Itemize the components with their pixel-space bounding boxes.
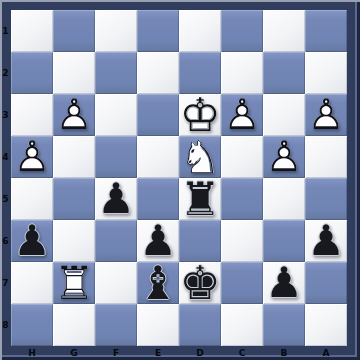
rank-labels: 12345678	[0, 10, 11, 346]
file-label-g: G	[53, 347, 95, 360]
white-pawn-outline: ♙︎	[263, 136, 305, 178]
black-pawn[interactable]: ♟︎	[11, 220, 53, 262]
white-pawn-outline: ♙︎	[305, 94, 347, 136]
square-a3[interactable]: ♟︎♙︎	[305, 94, 347, 136]
square-f3[interactable]	[95, 94, 137, 136]
square-b8[interactable]	[263, 304, 305, 346]
square-g8[interactable]	[53, 304, 95, 346]
square-f8[interactable]	[95, 304, 137, 346]
square-e1[interactable]	[137, 10, 179, 52]
square-a2[interactable]	[305, 52, 347, 94]
file-label-d: D	[179, 347, 221, 360]
square-a6[interactable]: ♟︎	[305, 220, 347, 262]
black-pawn-glyph: ♟︎	[11, 220, 53, 262]
chess-board[interactable]: ♟︎♙︎♚︎♔︎♟︎♙︎♟︎♙︎♟︎♙︎♞︎♘︎♟︎♙︎♟︎♜︎♟︎♟︎♟︎♜︎…	[11, 10, 347, 346]
square-e2[interactable]	[137, 52, 179, 94]
square-e8[interactable]	[137, 304, 179, 346]
square-b5[interactable]	[263, 178, 305, 220]
white-pawn[interactable]: ♟︎♙︎	[221, 94, 263, 136]
file-label-a: A	[305, 347, 347, 360]
square-g2[interactable]	[53, 52, 95, 94]
square-h2[interactable]	[11, 52, 53, 94]
square-c2[interactable]	[221, 52, 263, 94]
square-h3[interactable]	[11, 94, 53, 136]
file-labels: HGFEDCBA	[11, 347, 347, 360]
square-d1[interactable]	[179, 10, 221, 52]
square-c4[interactable]	[221, 136, 263, 178]
square-c3[interactable]: ♟︎♙︎	[221, 94, 263, 136]
square-b7[interactable]: ♟︎	[263, 262, 305, 304]
square-f7[interactable]	[95, 262, 137, 304]
square-g1[interactable]	[53, 10, 95, 52]
square-h7[interactable]	[11, 262, 53, 304]
square-b4[interactable]: ♟︎♙︎	[263, 136, 305, 178]
square-h8[interactable]	[11, 304, 53, 346]
file-label-h: H	[11, 347, 53, 360]
square-h5[interactable]	[11, 178, 53, 220]
square-h4[interactable]: ♟︎♙︎	[11, 136, 53, 178]
square-g3[interactable]: ♟︎♙︎	[53, 94, 95, 136]
white-pawn[interactable]: ♟︎♙︎	[263, 136, 305, 178]
black-rook[interactable]: ♜︎	[179, 178, 221, 220]
black-king-glyph: ♚︎	[179, 262, 221, 304]
black-pawn-glyph: ♟︎	[263, 262, 305, 304]
square-f6[interactable]	[95, 220, 137, 262]
rank-label-3: 3	[0, 94, 11, 136]
square-g4[interactable]	[53, 136, 95, 178]
square-a1[interactable]	[305, 10, 347, 52]
square-a4[interactable]	[305, 136, 347, 178]
black-rook-glyph: ♜︎	[179, 178, 221, 220]
file-label-e: E	[137, 347, 179, 360]
file-label-f: F	[95, 347, 137, 360]
white-pawn-outline: ♙︎	[53, 94, 95, 136]
rank-label-2: 2	[0, 52, 11, 94]
square-a7[interactable]	[305, 262, 347, 304]
rank-label-8: 8	[0, 304, 11, 346]
square-e5[interactable]	[137, 178, 179, 220]
white-pawn[interactable]: ♟︎♙︎	[11, 136, 53, 178]
square-b2[interactable]	[263, 52, 305, 94]
square-f4[interactable]	[95, 136, 137, 178]
rank-label-4: 4	[0, 136, 11, 178]
square-g7[interactable]: ♜︎♖︎	[53, 262, 95, 304]
file-label-b: B	[263, 347, 305, 360]
square-h1[interactable]	[11, 10, 53, 52]
square-f2[interactable]	[95, 52, 137, 94]
square-c5[interactable]	[221, 178, 263, 220]
rank-label-1: 1	[0, 10, 11, 52]
white-pawn-outline: ♙︎	[221, 94, 263, 136]
rank-label-6: 6	[0, 220, 11, 262]
black-bishop[interactable]: ♝︎	[137, 262, 179, 304]
black-bishop-glyph: ♝︎	[137, 262, 179, 304]
square-b1[interactable]	[263, 10, 305, 52]
square-c7[interactable]	[221, 262, 263, 304]
square-h6[interactable]: ♟︎	[11, 220, 53, 262]
chess-board-frame: 12345678 ♟︎♙︎♚︎♔︎♟︎♙︎♟︎♙︎♟︎♙︎♞︎♘︎♟︎♙︎♟︎♜…	[0, 0, 360, 360]
square-a8[interactable]	[305, 304, 347, 346]
black-king[interactable]: ♚︎	[179, 262, 221, 304]
white-rook-outline: ♖︎	[53, 262, 95, 304]
square-d8[interactable]	[179, 304, 221, 346]
black-pawn-glyph: ♟︎	[305, 220, 347, 262]
white-pawn-outline: ♙︎	[11, 136, 53, 178]
square-d7[interactable]: ♚︎	[179, 262, 221, 304]
square-c8[interactable]	[221, 304, 263, 346]
square-f1[interactable]	[95, 10, 137, 52]
square-e4[interactable]	[137, 136, 179, 178]
file-label-c: C	[221, 347, 263, 360]
rank-label-5: 5	[0, 178, 11, 220]
rank-label-7: 7	[0, 262, 11, 304]
square-e3[interactable]	[137, 94, 179, 136]
square-g5[interactable]	[53, 178, 95, 220]
square-f5[interactable]: ♟︎	[95, 178, 137, 220]
white-rook[interactable]: ♜︎♖︎	[53, 262, 95, 304]
black-pawn-glyph: ♟︎	[95, 178, 137, 220]
square-b3[interactable]	[263, 94, 305, 136]
square-a5[interactable]	[305, 178, 347, 220]
white-pawn[interactable]: ♟︎♙︎	[305, 94, 347, 136]
black-pawn[interactable]: ♟︎	[95, 178, 137, 220]
square-d5[interactable]: ♜︎	[179, 178, 221, 220]
square-e7[interactable]: ♝︎	[137, 262, 179, 304]
square-c1[interactable]	[221, 10, 263, 52]
white-pawn[interactable]: ♟︎♙︎	[53, 94, 95, 136]
black-pawn[interactable]: ♟︎	[263, 262, 305, 304]
square-c6[interactable]	[221, 220, 263, 262]
square-b6[interactable]	[263, 220, 305, 262]
black-pawn[interactable]: ♟︎	[305, 220, 347, 262]
